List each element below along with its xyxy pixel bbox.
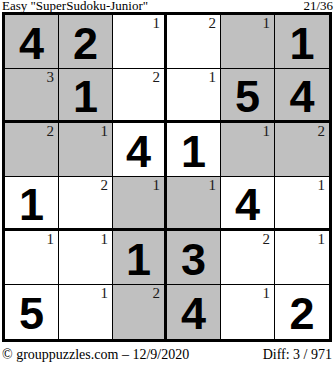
cell-value: 5 xyxy=(19,291,44,336)
cell-r6c5[interactable]: 1 xyxy=(221,285,275,339)
cell-r2c3[interactable]: 2 xyxy=(113,69,167,123)
cell-corner-mark: 1 xyxy=(153,15,161,32)
cell-value: 3 xyxy=(181,237,206,282)
cell-r5c6[interactable]: 1 xyxy=(275,231,329,285)
difficulty-text: Diff: 3 / 971 xyxy=(263,347,332,362)
cell-value: 1 xyxy=(126,237,151,282)
cell-value: 4 xyxy=(126,129,151,174)
cell-r3c4[interactable]: 1 xyxy=(167,123,221,177)
cell-r3c6[interactable]: 2 xyxy=(275,123,329,177)
cell-r3c2[interactable]: 1 xyxy=(59,123,113,177)
sudoku-board: 421211312154214112121141111321512412 xyxy=(2,12,332,342)
cell-r4c6[interactable]: 1 xyxy=(275,177,329,231)
cell-corner-mark: 1 xyxy=(209,177,217,194)
cell-r4c5[interactable]: 4 xyxy=(221,177,275,231)
cell-r4c4[interactable]: 1 xyxy=(167,177,221,231)
cell-r2c4[interactable]: 1 xyxy=(167,69,221,123)
cell-value: 4 xyxy=(289,74,314,119)
cell-corner-mark: 1 xyxy=(101,123,109,140)
cell-corner-mark: 1 xyxy=(101,285,109,302)
cell-r1c3[interactable]: 1 xyxy=(113,15,167,69)
cell-r2c1[interactable]: 3 xyxy=(5,69,59,123)
cell-r2c6[interactable]: 4 xyxy=(275,69,329,123)
cell-value: 4 xyxy=(19,21,44,66)
cell-value: 1 xyxy=(19,182,44,227)
cell-r3c3[interactable]: 4 xyxy=(113,123,167,177)
cells-remaining-counter: 21/36 xyxy=(303,0,333,12)
puzzle-page: Easy "SuperSudoku-Junior" 21/36 42121131… xyxy=(0,0,336,370)
cell-corner-mark: 1 xyxy=(153,177,161,194)
cell-r6c1[interactable]: 5 xyxy=(5,285,59,339)
header: Easy "SuperSudoku-Junior" 21/36 xyxy=(0,0,336,12)
cell-r4c2[interactable]: 2 xyxy=(59,177,113,231)
footer: © grouppuzzles.com – 12/9/2020 Diff: 3 /… xyxy=(0,347,336,362)
cell-r2c5[interactable]: 5 xyxy=(221,69,275,123)
cell-value: 1 xyxy=(73,74,98,119)
cell-value: 1 xyxy=(181,129,206,174)
cell-r1c6[interactable]: 1 xyxy=(275,15,329,69)
cell-r4c3[interactable]: 1 xyxy=(113,177,167,231)
cell-corner-mark: 3 xyxy=(47,69,55,86)
cell-r6c6[interactable]: 2 xyxy=(275,285,329,339)
cell-r1c1[interactable]: 4 xyxy=(5,15,59,69)
cell-corner-mark: 2 xyxy=(47,123,55,140)
cell-r5c2[interactable]: 1 xyxy=(59,231,113,285)
cell-value: 2 xyxy=(73,21,98,66)
cell-corner-mark: 1 xyxy=(263,285,271,302)
cell-corner-mark: 2 xyxy=(153,69,161,86)
cell-value: 2 xyxy=(289,291,314,336)
cell-corner-mark: 1 xyxy=(263,123,271,140)
cell-value: 5 xyxy=(235,74,260,119)
cell-r5c1[interactable]: 1 xyxy=(5,231,59,285)
cell-r1c2[interactable]: 2 xyxy=(59,15,113,69)
cell-r6c3[interactable]: 2 xyxy=(113,285,167,339)
copyright-text: © grouppuzzles.com – 12/9/2020 xyxy=(2,347,189,362)
cell-corner-mark: 1 xyxy=(263,15,271,32)
cell-r1c4[interactable]: 2 xyxy=(167,15,221,69)
cell-r4c1[interactable]: 1 xyxy=(5,177,59,231)
cell-corner-mark: 2 xyxy=(153,285,161,302)
cell-r3c5[interactable]: 1 xyxy=(221,123,275,177)
cell-r6c2[interactable]: 1 xyxy=(59,285,113,339)
cell-r2c2[interactable]: 1 xyxy=(59,69,113,123)
cell-r3c1[interactable]: 2 xyxy=(5,123,59,177)
cell-r5c5[interactable]: 2 xyxy=(221,231,275,285)
cell-corner-mark: 1 xyxy=(47,231,55,248)
puzzle-title: Easy "SuperSudoku-Junior" xyxy=(2,0,148,12)
cell-r6c4[interactable]: 4 xyxy=(167,285,221,339)
cell-corner-mark: 2 xyxy=(263,231,271,248)
cell-value: 4 xyxy=(181,291,206,336)
cell-corner-mark: 1 xyxy=(318,231,326,248)
cell-corner-mark: 1 xyxy=(101,231,109,248)
cell-r5c4[interactable]: 3 xyxy=(167,231,221,285)
cell-r5c3[interactable]: 1 xyxy=(113,231,167,285)
cell-corner-mark: 1 xyxy=(209,69,217,86)
cell-corner-mark: 1 xyxy=(318,177,326,194)
cell-value: 1 xyxy=(289,21,314,66)
cell-corner-mark: 2 xyxy=(209,15,217,32)
cell-corner-mark: 2 xyxy=(318,123,326,140)
cell-r1c5[interactable]: 1 xyxy=(221,15,275,69)
cell-corner-mark: 2 xyxy=(101,177,109,194)
cell-value: 4 xyxy=(235,182,260,227)
